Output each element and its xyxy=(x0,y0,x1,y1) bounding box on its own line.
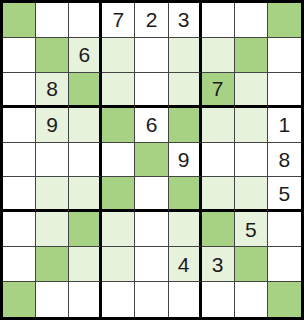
cell-r5c9[interactable]: 8 xyxy=(268,143,301,178)
sudoku-board: 723687961985543 xyxy=(0,0,304,320)
cell-r7c7[interactable] xyxy=(202,212,235,247)
cell-r8c7[interactable]: 3 xyxy=(202,247,235,282)
cell-r3c1[interactable] xyxy=(3,73,36,108)
cell-r9c6[interactable] xyxy=(169,282,202,317)
cell-r3c3[interactable] xyxy=(69,73,102,108)
cell-r3c9[interactable] xyxy=(268,73,301,108)
cell-r4c9[interactable]: 1 xyxy=(268,108,301,143)
cell-r1c3[interactable] xyxy=(69,3,102,38)
cell-r2c3[interactable]: 6 xyxy=(69,38,102,73)
cell-r2c5[interactable] xyxy=(135,38,168,73)
cell-r4c5[interactable]: 6 xyxy=(135,108,168,143)
cell-r2c8[interactable] xyxy=(235,38,268,73)
cell-r3c4[interactable] xyxy=(102,73,135,108)
cell-r9c2[interactable] xyxy=(36,282,69,317)
cell-r9c3[interactable] xyxy=(69,282,102,317)
cell-r4c1[interactable] xyxy=(3,108,36,143)
cell-r3c7[interactable]: 7 xyxy=(202,73,235,108)
cell-r6c9[interactable]: 5 xyxy=(268,177,301,212)
cell-r4c3[interactable] xyxy=(69,108,102,143)
cell-r7c2[interactable] xyxy=(36,212,69,247)
cell-r9c7[interactable] xyxy=(202,282,235,317)
cell-r3c8[interactable] xyxy=(235,73,268,108)
cell-r9c8[interactable] xyxy=(235,282,268,317)
cell-r8c9[interactable] xyxy=(268,247,301,282)
cell-r1c7[interactable] xyxy=(202,3,235,38)
cell-r8c2[interactable] xyxy=(36,247,69,282)
cell-r1c5[interactable]: 2 xyxy=(135,3,168,38)
cell-r2c4[interactable] xyxy=(102,38,135,73)
cell-r4c6[interactable] xyxy=(169,108,202,143)
cell-r2c2[interactable] xyxy=(36,38,69,73)
cell-r6c1[interactable] xyxy=(3,177,36,212)
cell-r8c8[interactable] xyxy=(235,247,268,282)
cell-r8c6[interactable]: 4 xyxy=(169,247,202,282)
cell-r3c5[interactable] xyxy=(135,73,168,108)
cell-r8c3[interactable] xyxy=(69,247,102,282)
cell-r7c3[interactable] xyxy=(69,212,102,247)
cell-r2c6[interactable] xyxy=(169,38,202,73)
cell-r4c2[interactable]: 9 xyxy=(36,108,69,143)
cell-r6c8[interactable] xyxy=(235,177,268,212)
cell-r8c4[interactable] xyxy=(102,247,135,282)
cell-r2c1[interactable] xyxy=(3,38,36,73)
cell-r5c2[interactable] xyxy=(36,143,69,178)
cell-r7c8[interactable]: 5 xyxy=(235,212,268,247)
cell-r7c6[interactable] xyxy=(169,212,202,247)
cell-r6c7[interactable] xyxy=(202,177,235,212)
cell-r3c2[interactable]: 8 xyxy=(36,73,69,108)
cell-r5c5[interactable] xyxy=(135,143,168,178)
cell-r6c5[interactable] xyxy=(135,177,168,212)
cell-r9c5[interactable] xyxy=(135,282,168,317)
cell-r2c9[interactable] xyxy=(268,38,301,73)
cell-r1c2[interactable] xyxy=(36,3,69,38)
cell-r6c3[interactable] xyxy=(69,177,102,212)
cell-r5c6[interactable]: 9 xyxy=(169,143,202,178)
cell-r1c1[interactable] xyxy=(3,3,36,38)
cell-r9c1[interactable] xyxy=(3,282,36,317)
cell-r4c8[interactable] xyxy=(235,108,268,143)
cell-r4c4[interactable] xyxy=(102,108,135,143)
cell-r4c7[interactable] xyxy=(202,108,235,143)
cell-r5c3[interactable] xyxy=(69,143,102,178)
cell-r1c8[interactable] xyxy=(235,3,268,38)
cell-r6c6[interactable] xyxy=(169,177,202,212)
cell-r6c2[interactable] xyxy=(36,177,69,212)
cell-r5c8[interactable] xyxy=(235,143,268,178)
cell-r9c4[interactable] xyxy=(102,282,135,317)
cell-r8c5[interactable] xyxy=(135,247,168,282)
cell-r1c6[interactable]: 3 xyxy=(169,3,202,38)
cell-r8c1[interactable] xyxy=(3,247,36,282)
cell-r3c6[interactable] xyxy=(169,73,202,108)
cell-r5c4[interactable] xyxy=(102,143,135,178)
cell-r9c9[interactable] xyxy=(268,282,301,317)
cell-r1c9[interactable] xyxy=(268,3,301,38)
cell-r7c4[interactable] xyxy=(102,212,135,247)
cell-r7c9[interactable] xyxy=(268,212,301,247)
cell-r7c1[interactable] xyxy=(3,212,36,247)
cell-r5c7[interactable] xyxy=(202,143,235,178)
cell-r5c1[interactable] xyxy=(3,143,36,178)
cell-r1c4[interactable]: 7 xyxy=(102,3,135,38)
cell-r7c5[interactable] xyxy=(135,212,168,247)
cell-r6c4[interactable] xyxy=(102,177,135,212)
cell-r2c7[interactable] xyxy=(202,38,235,73)
